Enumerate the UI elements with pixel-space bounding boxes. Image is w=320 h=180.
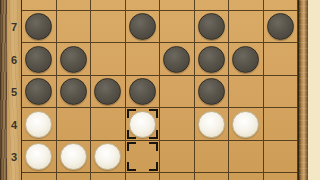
square-c8[interactable] <box>91 0 126 11</box>
square-f8[interactable] <box>195 0 230 11</box>
square-e7[interactable] <box>160 11 195 43</box>
square-h7[interactable] <box>264 11 299 43</box>
square-c2[interactable] <box>91 173 126 180</box>
square-c6[interactable] <box>91 43 126 76</box>
black-piece[interactable] <box>25 13 52 40</box>
square-g6[interactable] <box>229 43 264 76</box>
board-frame-left <box>0 0 7 180</box>
black-piece[interactable] <box>60 78 87 105</box>
square-f7[interactable] <box>195 11 230 43</box>
black-piece[interactable] <box>25 46 52 73</box>
square-f6[interactable] <box>195 43 230 76</box>
dama-board-screenshot: 76543 <box>0 0 320 180</box>
square-h5[interactable] <box>264 76 299 108</box>
square-e4[interactable] <box>160 108 195 141</box>
game-board <box>22 0 298 180</box>
square-h2[interactable] <box>264 173 299 180</box>
square-b4[interactable] <box>57 108 92 141</box>
square-h4[interactable] <box>264 108 299 141</box>
white-piece[interactable] <box>25 111 52 138</box>
square-c4[interactable] <box>91 108 126 141</box>
square-b6[interactable] <box>57 43 92 76</box>
black-piece[interactable] <box>129 13 156 40</box>
square-a6[interactable] <box>22 43 57 76</box>
square-f4[interactable] <box>195 108 230 141</box>
rank-label-strip: 76543 <box>7 0 22 180</box>
white-piece[interactable] <box>232 111 259 138</box>
square-f3[interactable] <box>195 141 230 173</box>
square-e3[interactable] <box>160 141 195 173</box>
square-b2[interactable] <box>57 173 92 180</box>
square-d5[interactable] <box>126 76 161 108</box>
square-f5[interactable] <box>195 76 230 108</box>
square-e8[interactable] <box>160 0 195 11</box>
black-piece[interactable] <box>94 78 121 105</box>
square-e6[interactable] <box>160 43 195 76</box>
square-g7[interactable] <box>229 11 264 43</box>
white-piece[interactable] <box>94 143 121 170</box>
row-label-3: 3 <box>7 151 21 163</box>
row-label-4: 4 <box>7 119 21 131</box>
square-b7[interactable] <box>57 11 92 43</box>
square-g5[interactable] <box>229 76 264 108</box>
square-g3[interactable] <box>229 141 264 173</box>
square-b3[interactable] <box>57 141 92 173</box>
square-g2[interactable] <box>229 173 264 180</box>
black-piece[interactable] <box>25 78 52 105</box>
square-d3[interactable] <box>126 141 161 173</box>
black-piece[interactable] <box>198 13 225 40</box>
black-piece[interactable] <box>232 46 259 73</box>
square-a8[interactable] <box>22 0 57 11</box>
white-piece[interactable] <box>129 111 156 138</box>
selection-corner-icon <box>127 142 136 151</box>
square-a3[interactable] <box>22 141 57 173</box>
square-d2[interactable] <box>126 173 161 180</box>
black-piece[interactable] <box>163 46 190 73</box>
square-a5[interactable] <box>22 76 57 108</box>
black-piece[interactable] <box>60 46 87 73</box>
square-a4[interactable] <box>22 108 57 141</box>
square-b5[interactable] <box>57 76 92 108</box>
square-d8[interactable] <box>126 0 161 11</box>
square-d7[interactable] <box>126 11 161 43</box>
square-c3[interactable] <box>91 141 126 173</box>
row-label-7: 7 <box>7 21 21 33</box>
selection-corner-icon <box>127 162 136 171</box>
page-background <box>308 0 320 180</box>
selection-corner-icon <box>149 142 158 151</box>
white-piece[interactable] <box>25 143 52 170</box>
black-piece[interactable] <box>198 46 225 73</box>
square-h6[interactable] <box>264 43 299 76</box>
black-piece[interactable] <box>129 78 156 105</box>
square-g4[interactable] <box>229 108 264 141</box>
row-label-6: 6 <box>7 54 21 66</box>
white-piece[interactable] <box>60 143 87 170</box>
square-g8[interactable] <box>229 0 264 11</box>
square-e2[interactable] <box>160 173 195 180</box>
white-piece[interactable] <box>198 111 225 138</box>
square-b8[interactable] <box>57 0 92 11</box>
square-f2[interactable] <box>195 173 230 180</box>
square-h8[interactable] <box>264 0 299 11</box>
square-d4[interactable] <box>126 108 161 141</box>
square-a7[interactable] <box>22 11 57 43</box>
row-label-5: 5 <box>7 86 21 98</box>
square-a2[interactable] <box>22 173 57 180</box>
black-piece[interactable] <box>198 78 225 105</box>
board-frame-right <box>298 0 308 180</box>
selection-corner-icon <box>149 162 158 171</box>
square-c7[interactable] <box>91 11 126 43</box>
square-h3[interactable] <box>264 141 299 173</box>
square-c5[interactable] <box>91 76 126 108</box>
black-piece[interactable] <box>267 13 294 40</box>
square-e5[interactable] <box>160 76 195 108</box>
square-d6[interactable] <box>126 43 161 76</box>
